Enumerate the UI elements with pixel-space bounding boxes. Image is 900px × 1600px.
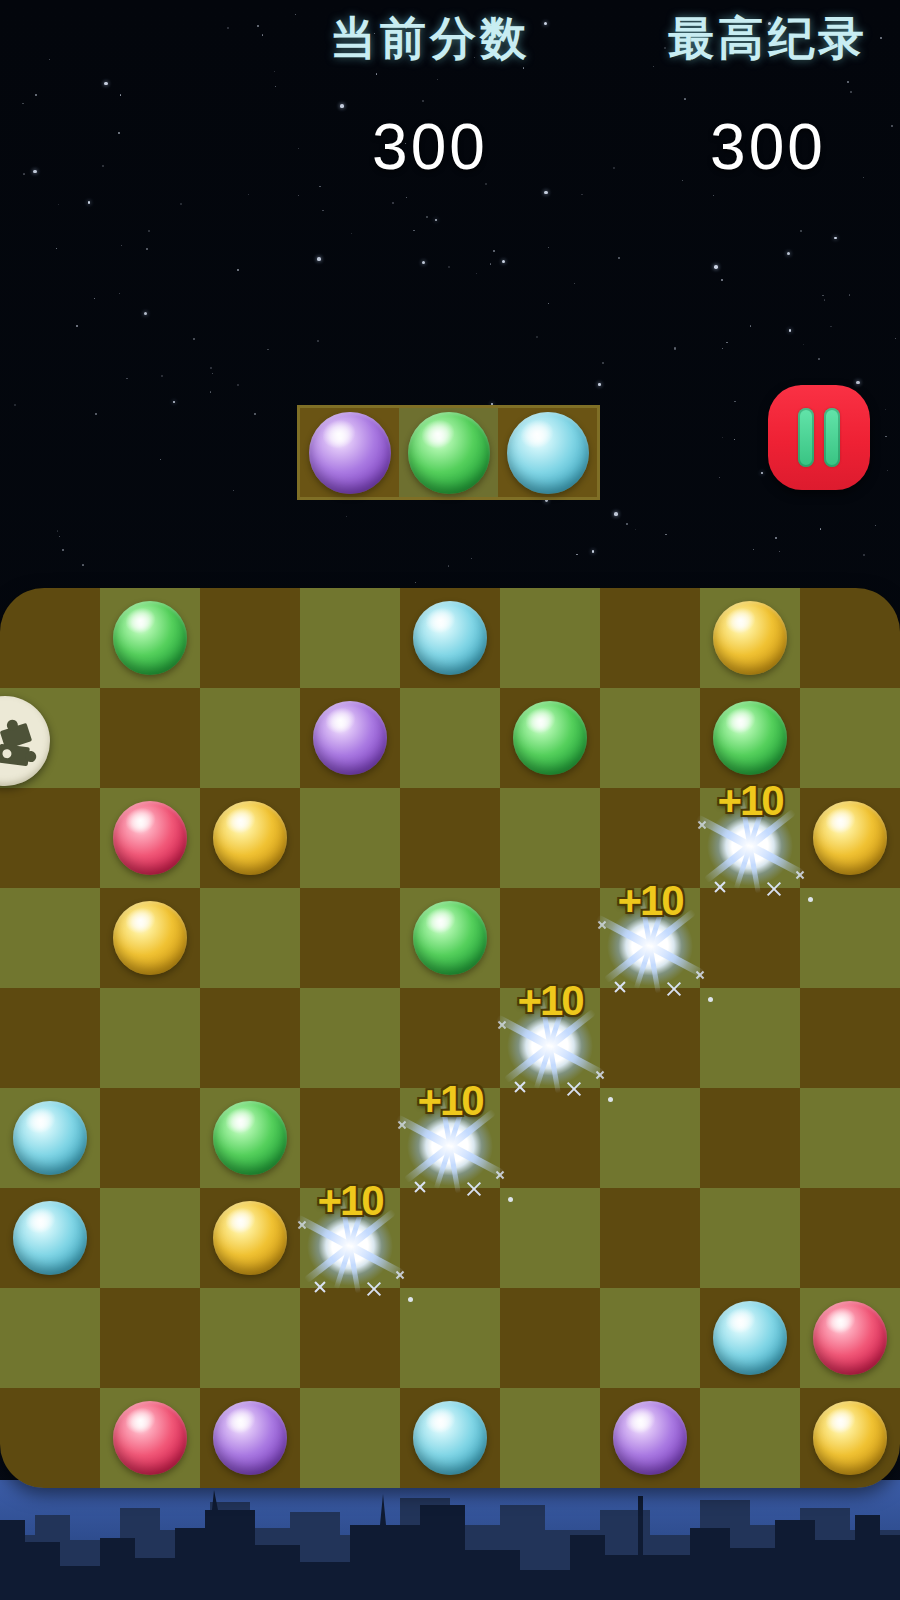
star [830, 326, 831, 327]
ball-green[interactable] [213, 1101, 287, 1175]
ball-cyan [507, 412, 589, 494]
ball-gold[interactable] [213, 1201, 287, 1275]
city-skyline [0, 1480, 900, 1600]
ball-gold[interactable] [113, 901, 187, 975]
board-cell[interactable] [600, 988, 700, 1088]
star [714, 265, 718, 269]
star [598, 383, 601, 386]
star [824, 299, 826, 301]
board-cell[interactable] [700, 1388, 800, 1488]
board-cell[interactable] [100, 688, 200, 788]
board-cell[interactable] [0, 1088, 100, 1188]
star [614, 512, 618, 516]
star [76, 325, 78, 327]
star [719, 477, 720, 478]
star [721, 279, 723, 281]
explosion-popup: +10 [600, 888, 700, 988]
next-ball-cell [399, 408, 498, 497]
board-cell[interactable] [200, 1388, 300, 1488]
board-cell[interactable] [300, 588, 400, 688]
ball-purple[interactable] [613, 1401, 687, 1475]
star [104, 82, 107, 85]
board-cell[interactable] [800, 1288, 900, 1388]
board-cell[interactable] [800, 788, 900, 888]
board-cell[interactable] [100, 1088, 200, 1188]
board-cell[interactable] [200, 588, 300, 688]
board-cell[interactable] [700, 688, 800, 788]
star [254, 413, 256, 415]
board-cell[interactable] [500, 588, 600, 688]
star [887, 470, 888, 471]
star [415, 582, 417, 584]
star [14, 404, 16, 406]
sparkle-dot [408, 1297, 413, 1302]
star [885, 436, 886, 437]
ball-gold[interactable] [213, 801, 287, 875]
star [885, 409, 886, 410]
star [82, 564, 84, 566]
star [803, 344, 804, 345]
star [422, 261, 425, 264]
explosion-popup: +10 [400, 1088, 500, 1188]
star [95, 413, 97, 415]
star [57, 530, 58, 531]
board-cell[interactable] [100, 988, 200, 1088]
star [574, 283, 575, 284]
star [22, 103, 23, 104]
star [576, 554, 578, 556]
star [490, 263, 492, 265]
sparkle-dot [708, 997, 713, 1002]
explosion-popup: +10 [500, 988, 600, 1088]
star [126, 378, 128, 380]
next-ball-cell [300, 408, 399, 497]
star [237, 384, 239, 386]
star [476, 273, 477, 274]
board-cell[interactable] [600, 688, 700, 788]
score-popup-text: +10 [317, 1180, 382, 1222]
star [895, 338, 896, 339]
star [351, 233, 352, 234]
current-score-panel: 当前分数 300 [270, 8, 590, 184]
star [581, 194, 582, 195]
board-cell[interactable] [500, 1088, 600, 1188]
board-cell[interactable] [0, 1288, 100, 1388]
game-screen: 当前分数 300 最高纪录 300 +10+10+10+10+10 [0, 0, 900, 1600]
ball-green[interactable] [113, 601, 187, 675]
sparkle-dot [608, 1097, 613, 1102]
board-cell[interactable] [200, 888, 300, 988]
star [88, 201, 90, 203]
star [193, 338, 195, 340]
current-score-label: 当前分数 [270, 8, 590, 70]
star [713, 195, 714, 196]
board-cell[interactable] [0, 888, 100, 988]
star [818, 358, 820, 360]
explosion-popup: +10 [300, 1188, 400, 1288]
board-cell[interactable]: +10 [300, 1188, 400, 1288]
board-cell[interactable] [300, 688, 400, 788]
puzzle-icon [0, 714, 46, 770]
board-cell[interactable]: +10 [600, 888, 700, 988]
ball-cyan[interactable] [713, 1301, 787, 1375]
star [161, 375, 163, 377]
board-cell[interactable] [200, 1188, 300, 1288]
board-cell[interactable] [100, 1288, 200, 1388]
board-cell[interactable] [500, 888, 600, 988]
board-cell[interactable] [200, 788, 300, 888]
star [726, 342, 727, 343]
star [789, 329, 791, 331]
ball-green[interactable] [513, 701, 587, 775]
ball-gold[interactable] [813, 801, 887, 875]
star [548, 303, 549, 304]
board-cell[interactable] [0, 1388, 100, 1488]
ball-red[interactable] [813, 1301, 887, 1375]
ball-cyan[interactable] [13, 1101, 87, 1175]
star [592, 550, 594, 552]
star [779, 551, 780, 552]
board-cell[interactable] [300, 988, 400, 1088]
board-cell[interactable] [600, 788, 700, 888]
ball-green[interactable] [713, 701, 787, 775]
star [237, 269, 239, 271]
star [618, 257, 620, 259]
star [233, 490, 234, 491]
star [317, 340, 319, 342]
next-balls-preview [297, 405, 600, 500]
star [121, 245, 122, 246]
board-cell[interactable] [600, 1088, 700, 1188]
star [448, 565, 450, 567]
star [102, 165, 104, 167]
board-cell[interactable] [800, 1088, 900, 1188]
star [35, 94, 37, 96]
board-cell[interactable] [700, 988, 800, 1088]
board-cell[interactable] [800, 988, 900, 1088]
skyline-graphic [0, 1480, 900, 1600]
board-cell[interactable] [500, 1388, 600, 1488]
star [62, 549, 64, 551]
star [119, 293, 120, 294]
explosion-popup: +10 [700, 788, 800, 888]
star [322, 210, 323, 211]
star [392, 202, 394, 204]
board-cell[interactable] [800, 688, 900, 788]
star [863, 554, 865, 556]
board-cell[interactable] [100, 588, 200, 688]
star [298, 195, 299, 196]
game-board: +10+10+10+10+10 [0, 588, 900, 1488]
board-cell[interactable] [500, 1288, 600, 1388]
board-cell[interactable] [200, 1288, 300, 1388]
star [148, 230, 150, 232]
ball-purple[interactable] [313, 701, 387, 775]
board-cell[interactable] [300, 888, 400, 988]
star [665, 534, 667, 536]
star [435, 219, 437, 221]
board-cell[interactable] [700, 588, 800, 688]
board-cell[interactable] [100, 788, 200, 888]
star [94, 298, 95, 299]
board-cell[interactable] [300, 1388, 400, 1488]
board-cell[interactable] [0, 988, 100, 1088]
sparkle-dot [808, 897, 813, 902]
star [722, 437, 723, 438]
star [267, 349, 269, 351]
board-cell[interactable] [400, 1388, 500, 1488]
best-score-value: 300 [608, 110, 900, 184]
star [144, 312, 147, 315]
board-cell[interactable] [600, 1188, 700, 1288]
board-cell[interactable] [500, 1188, 600, 1288]
board-cell[interactable] [400, 1288, 500, 1388]
star [722, 348, 723, 349]
star [775, 537, 777, 539]
star [734, 401, 736, 403]
star [856, 381, 860, 385]
star [761, 472, 763, 474]
star [406, 197, 407, 198]
star [674, 347, 676, 349]
star [33, 170, 36, 173]
board-cell[interactable] [200, 988, 300, 1088]
star [262, 34, 263, 35]
board-cell[interactable] [400, 888, 500, 988]
star [849, 294, 851, 296]
star [227, 27, 229, 29]
board-cell[interactable] [300, 788, 400, 888]
star [536, 336, 538, 338]
star [49, 59, 50, 60]
ball-cyan[interactable] [413, 601, 487, 675]
current-score-value: 300 [270, 110, 590, 184]
board-cell[interactable] [700, 888, 800, 988]
star [58, 204, 60, 206]
star [319, 186, 320, 187]
board-cell[interactable] [200, 688, 300, 788]
star [834, 237, 836, 239]
ball-purple[interactable] [213, 1401, 287, 1475]
star [146, 248, 148, 250]
board-cell[interactable]: +10 [500, 988, 600, 1088]
board-cell[interactable] [700, 1088, 800, 1188]
star [210, 391, 212, 393]
ball-red[interactable] [113, 1401, 187, 1475]
star [502, 260, 505, 263]
star [212, 373, 213, 374]
star [750, 325, 751, 326]
star [210, 367, 212, 369]
board-cell[interactable] [800, 588, 900, 688]
board-cell[interactable] [400, 1188, 500, 1288]
ball-green [408, 412, 490, 494]
star [820, 528, 821, 529]
next-ball-cell [498, 408, 597, 497]
board-cell[interactable] [400, 588, 500, 688]
star [426, 216, 428, 218]
star [493, 250, 495, 252]
star [548, 247, 549, 248]
star [448, 266, 450, 268]
sparkle-dot [508, 1197, 513, 1202]
board-cell[interactable] [800, 888, 900, 988]
board-cell[interactable]: +10 [700, 788, 800, 888]
board-cell[interactable] [300, 1088, 400, 1188]
star [160, 459, 161, 460]
board-cell[interactable] [800, 1388, 900, 1488]
star [635, 529, 636, 530]
board-cell[interactable] [0, 788, 100, 888]
score-popup-text: +10 [617, 880, 682, 922]
best-score-label: 最高纪录 [608, 8, 900, 70]
board-cell[interactable] [800, 1188, 900, 1288]
star [248, 194, 249, 195]
ball-gold[interactable] [713, 601, 787, 675]
star [544, 191, 547, 194]
board-cell[interactable] [400, 988, 500, 1088]
score-popup-text: +10 [517, 980, 582, 1022]
score-popup-text: +10 [717, 780, 782, 822]
star [602, 362, 604, 364]
ball-purple [309, 412, 391, 494]
board-cell[interactable] [300, 1288, 400, 1388]
star [120, 94, 122, 96]
star [875, 525, 876, 526]
ball-cyan[interactable] [13, 1201, 87, 1275]
star [317, 257, 321, 261]
board-cell[interactable] [200, 1088, 300, 1188]
star [257, 25, 259, 27]
board-cell[interactable] [0, 1188, 100, 1288]
board-cell[interactable] [600, 588, 700, 688]
board-cell[interactable] [100, 888, 200, 988]
board-cell[interactable] [0, 588, 100, 688]
best-score-panel: 最高纪录 300 [608, 8, 900, 184]
board-cell[interactable]: +10 [400, 1088, 500, 1188]
board-cell[interactable] [600, 1388, 700, 1488]
star [346, 516, 347, 517]
star [180, 203, 182, 205]
star [800, 230, 802, 232]
board-cell[interactable] [700, 1288, 800, 1388]
board-cell[interactable] [700, 1188, 800, 1288]
star [626, 523, 628, 525]
board-cell[interactable] [400, 688, 500, 788]
score-popup-text: +10 [417, 1080, 482, 1122]
pause-button[interactable] [768, 385, 870, 490]
star [118, 132, 120, 134]
star [471, 558, 473, 560]
board-cell[interactable] [500, 788, 600, 888]
board-cell[interactable] [400, 788, 500, 888]
ball-green[interactable] [413, 901, 487, 975]
star [23, 173, 25, 175]
star [822, 295, 824, 297]
star [734, 439, 735, 440]
board-cell[interactable] [100, 1388, 200, 1488]
star [753, 549, 754, 550]
star [787, 252, 791, 256]
star [59, 536, 60, 537]
ball-red[interactable] [113, 801, 187, 875]
star [56, 248, 57, 249]
board-cell[interactable] [600, 1288, 700, 1388]
board-cell[interactable] [100, 1188, 200, 1288]
star [413, 230, 415, 232]
ball-cyan[interactable] [413, 1401, 487, 1475]
pause-icon [798, 408, 840, 467]
board-cell[interactable] [500, 688, 600, 788]
ball-gold[interactable] [813, 1401, 887, 1475]
star [173, 401, 175, 403]
